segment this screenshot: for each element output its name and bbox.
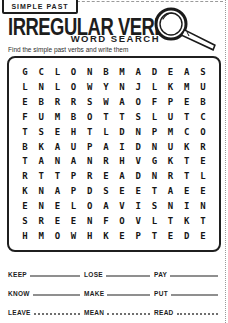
grid-cell-r6c8[interactable]: D [130,139,146,154]
grid-cell-r3c5[interactable]: S [82,95,98,110]
answer-line[interactable] [107,294,150,296]
grid-cell-r9c5[interactable]: D [82,184,98,199]
grid-cell-r8c3[interactable]: T [49,169,65,184]
grid-cell-r12c4[interactable]: W [65,228,81,243]
grid-cell-r1c10[interactable]: E [162,65,178,80]
grid-cell-r9c6[interactable]: S [98,184,114,199]
grid-cell-r10c3[interactable]: E [49,198,65,213]
page-subtitle: WORD SEARCH [8,33,160,44]
grid-cell-r1c7[interactable]: M [114,65,130,80]
grid-cell-r2c1[interactable]: L [17,80,33,95]
word-list-column-3: PAYPUTREADRUN [154,261,218,323]
grid-cell-r5c8[interactable]: N [130,124,146,139]
answer-line[interactable] [177,313,218,315]
word-list-column-2: LOSEMAKEMEANMEET [84,261,150,323]
word-item-lose: LOSE [84,261,150,280]
grid-cell-r11c10[interactable]: T [162,213,178,228]
grid-cell-r12c9[interactable]: T [146,228,162,243]
grid-cell-r3c7[interactable]: A [114,95,130,110]
grid-cell-r2c12[interactable]: U [195,80,211,95]
grid-cell-r12c5[interactable]: H [82,228,98,243]
grid-cell-r9c9[interactable]: T [146,184,162,199]
grid-cell-r3c12[interactable]: B [195,95,211,110]
grid-cell-r6c4[interactable]: U [65,139,81,154]
grid-cell-r4c4[interactable]: B [65,109,81,124]
grid-cell-r7c2[interactable]: A [33,154,49,169]
grid-cell-r5c10[interactable]: M [162,124,178,139]
grid-cell-r7c11[interactable]: T [179,154,195,169]
grid-cell-r2c3[interactable]: L [49,80,65,95]
grid-cell-r5c4[interactable]: H [65,124,81,139]
grid-cell-r3c10[interactable]: P [162,95,178,110]
grid-cell-r11c2[interactable]: R [33,213,49,228]
grid-cell-r12c2[interactable]: M [33,228,49,243]
answer-line[interactable] [171,294,218,296]
grid-cell-r4c3[interactable]: M [49,109,65,124]
grid-cell-r9c12[interactable]: E [195,184,211,199]
word-label: PUT [154,290,168,299]
grid-cell-r3c11[interactable]: E [179,95,195,110]
word-list-column-1: KEEPKNOWLEAVELEND [8,261,80,323]
grid-cell-r8c1[interactable]: R [17,169,33,184]
grid-cell-r6c6[interactable]: A [98,139,114,154]
grid-cell-r7c3[interactable]: N [49,154,65,169]
grid-cell-r7c10[interactable]: K [162,154,178,169]
word-grid: GCLONBMADEASLNLOWYNJLKMUEBRRSWAOFPEBFUMB… [17,65,211,243]
grid-cell-r7c9[interactable]: G [146,154,162,169]
grid-cell-r3c8[interactable]: O [130,95,146,110]
grid-cell-r1c6[interactable]: B [98,65,114,80]
grid-cell-r4c9[interactable]: L [146,109,162,124]
grid-cell-r11c4[interactable]: E [65,213,81,228]
worksheet-page: SIMPLE PAST IRREGULAR VERBS WORD SEARCH … [0,0,228,323]
grid-cell-r5c5[interactable]: T [82,124,98,139]
grid-cell-r8c6[interactable]: E [98,169,114,184]
word-item-know: KNOW [8,280,80,299]
page-border-right [225,0,226,323]
grid-cell-r11c7[interactable]: O [114,213,130,228]
grid-cell-r9c3[interactable]: A [49,184,65,199]
grid-cell-r6c10[interactable]: U [162,139,178,154]
word-list: KEEPKNOWLEAVELENDLOSEMAKEMEANMEETPAYPUTR… [8,261,218,323]
grid-cell-r8c4[interactable]: P [65,169,81,184]
grid-cell-r3c9[interactable]: F [146,95,162,110]
grid-cell-r5c3[interactable]: E [49,124,65,139]
grid-cell-r11c3[interactable]: E [49,213,65,228]
grid-cell-r6c12[interactable]: R [195,139,211,154]
word-label: KNOW [8,290,30,299]
answer-line[interactable] [34,313,80,315]
answer-line[interactable] [170,275,218,277]
grid-cell-r10c6[interactable]: A [98,198,114,213]
word-item-read: READ [154,299,218,318]
grid-cell-r8c2[interactable]: T [33,169,49,184]
word-item-run: RUN [154,318,218,323]
grid-cell-r11c12[interactable]: T [195,213,211,228]
grid-cell-r10c4[interactable]: L [65,198,81,213]
grid-cell-r2c2[interactable]: N [33,80,49,95]
grid-cell-r1c11[interactable]: A [179,65,195,80]
grid-cell-r9c2[interactable]: N [33,184,49,199]
word-item-put: PUT [154,280,218,299]
word-item-lend: LEND [8,318,80,323]
answer-line[interactable] [106,275,150,277]
grid-cell-r10c10[interactable]: N [162,198,178,213]
grid-cell-r9c4[interactable]: P [65,184,81,199]
grid-cell-r12c11[interactable]: D [179,228,195,243]
grid-cell-r6c7[interactable]: I [114,139,130,154]
grid-cell-r10c12[interactable]: N [195,198,211,213]
grid-cell-r6c9[interactable]: N [146,139,162,154]
word-label: PAY [154,271,167,280]
grid-cell-r9c7[interactable]: E [114,184,130,199]
answer-line[interactable] [107,313,150,315]
grid-cell-r8c9[interactable]: N [146,169,162,184]
grid-cell-r7c4[interactable]: A [65,154,81,169]
grid-cell-r5c1[interactable]: T [17,124,33,139]
grid-cell-r12c3[interactable]: O [49,228,65,243]
grid-cell-r12c12[interactable]: E [195,228,211,243]
word-item-make: MAKE [84,280,150,299]
grid-cell-r4c12[interactable]: C [195,109,211,124]
grid-cell-r5c2[interactable]: S [33,124,49,139]
word-item-mean: MEAN [84,299,150,318]
word-label: LOSE [84,271,103,280]
grid-cell-r7c8[interactable]: V [130,154,146,169]
grid-cell-r10c5[interactable]: O [82,198,98,213]
grid-cell-r5c6[interactable]: L [98,124,114,139]
grid-cell-r12c8[interactable]: P [130,228,146,243]
grid-cell-r2c4[interactable]: O [65,80,81,95]
grid-cell-r6c2[interactable]: K [33,139,49,154]
grid-cell-r8c5[interactable]: R [82,169,98,184]
grid-cell-r10c7[interactable]: V [114,198,130,213]
word-label: MEAN [84,309,104,318]
grid-cell-r10c9[interactable]: S [146,198,162,213]
word-label: LEAVE [8,309,31,318]
grid-cell-r1c8[interactable]: A [130,65,146,80]
grid-cell-r3c2[interactable]: B [33,95,49,110]
grid-cell-r4c5[interactable]: O [82,109,98,124]
answer-line[interactable] [33,294,80,296]
grid-cell-r6c3[interactable]: A [49,139,65,154]
grid-cell-r5c7[interactable]: D [114,124,130,139]
grid-cell-r2c8[interactable]: J [130,80,146,95]
grid-cell-r12c7[interactable]: E [114,228,130,243]
word-search-board: GCLONBMADEASLNLOWYNJLKMUEBRRSWAOFPEBFUMB… [7,56,221,252]
grid-cell-r6c1[interactable]: B [17,139,33,154]
grid-cell-r4c8[interactable]: S [130,109,146,124]
grid-cell-r7c6[interactable]: R [98,154,114,169]
grid-cell-r11c1[interactable]: S [17,213,33,228]
word-label: KEEP [8,271,27,280]
grid-cell-r1c3[interactable]: L [49,65,65,80]
grid-cell-r3c6[interactable]: W [98,95,114,110]
grid-cell-r5c12[interactable]: O [195,124,211,139]
grid-cell-r2c6[interactable]: Y [98,80,114,95]
grid-cell-r8c11[interactable]: T [179,169,195,184]
grid-cell-r8c7[interactable]: A [114,169,130,184]
grid-cell-r6c11[interactable]: K [179,139,195,154]
grid-cell-r11c5[interactable]: N [82,213,98,228]
grid-cell-r2c10[interactable]: K [162,80,178,95]
grid-cell-r1c5[interactable]: N [82,65,98,80]
grid-cell-r7c7[interactable]: H [114,154,130,169]
grid-cell-r5c11[interactable]: C [179,124,195,139]
grid-cell-r1c9[interactable]: D [146,65,162,80]
grid-cell-r4c1[interactable]: F [17,109,33,124]
word-item-pay: PAY [154,261,218,280]
grid-cell-r11c6[interactable]: F [98,213,114,228]
grid-cell-r12c10[interactable]: E [162,228,178,243]
word-item-meet: MEET [84,318,150,323]
page-title: IRREGULAR VERBS [8,14,166,34]
grid-cell-r9c11[interactable]: E [179,184,195,199]
word-label: MAKE [84,290,104,299]
grid-cell-r12c6[interactable]: K [98,228,114,243]
grid-cell-r1c12[interactable]: S [195,65,211,80]
answer-line[interactable] [30,275,80,277]
grid-cell-r10c2[interactable]: N [33,198,49,213]
grid-cell-r9c8[interactable]: E [130,184,146,199]
grid-cell-r1c4[interactable]: O [65,65,81,80]
grid-cell-r9c1[interactable]: K [17,184,33,199]
grid-cell-r8c12[interactable]: L [195,169,211,184]
grid-cell-r11c9[interactable]: L [146,213,162,228]
grid-cell-r1c2[interactable]: C [33,65,49,80]
grid-cell-r3c1[interactable]: E [17,95,33,110]
banner-label: SIMPLE PAST [11,3,68,12]
word-item-keep: KEEP [8,261,80,280]
grid-cell-r4c7[interactable]: T [114,109,130,124]
grid-cell-r5c9[interactable]: P [146,124,162,139]
grid-cell-r9c10[interactable]: A [162,184,178,199]
instruction-text: Find the simple past verbs and write the… [8,46,128,53]
grid-cell-r2c5[interactable]: W [82,80,98,95]
grid-cell-r4c10[interactable]: U [162,109,178,124]
grid-cell-r1c1[interactable]: G [17,65,33,80]
grid-cell-r3c4[interactable]: R [65,95,81,110]
word-label: READ [154,309,174,318]
grid-cell-r11c11[interactable]: K [179,213,195,228]
grid-cell-r6c5[interactable]: P [82,139,98,154]
grid-cell-r7c1[interactable]: T [17,154,33,169]
grid-cell-r8c8[interactable]: D [130,169,146,184]
grid-cell-r4c11[interactable]: T [179,109,195,124]
grid-cell-r7c5[interactable]: N [82,154,98,169]
grid-cell-r7c12[interactable]: E [195,154,211,169]
word-item-leave: LEAVE [8,299,80,318]
grid-cell-r2c11[interactable]: M [179,80,195,95]
grid-cell-r10c11[interactable]: I [179,198,195,213]
grid-cell-r10c1[interactable]: E [17,198,33,213]
grid-cell-r4c2[interactable]: U [33,109,49,124]
magnifying-glass-icon [147,5,219,53]
grid-cell-r2c9[interactable]: L [146,80,162,95]
page-border-top [72,1,223,2]
grid-cell-r12c1[interactable]: H [17,228,33,243]
grid-cell-r4c6[interactable]: T [98,109,114,124]
grid-cell-r10c8[interactable]: I [130,198,146,213]
grid-cell-r3c3[interactable]: R [49,95,65,110]
grid-cell-r2c7[interactable]: N [114,80,130,95]
grid-cell-r8c10[interactable]: R [162,169,178,184]
grid-cell-r11c8[interactable]: V [130,213,146,228]
